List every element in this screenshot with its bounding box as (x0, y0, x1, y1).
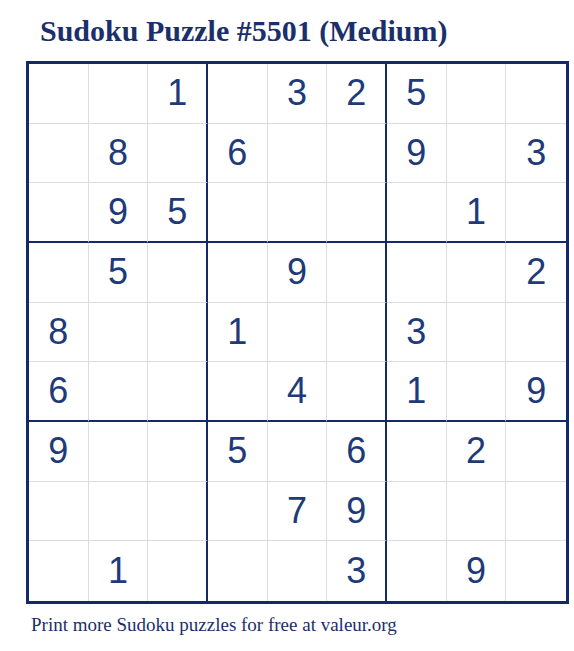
cell-r4c2: 5 (89, 243, 149, 303)
cell-r7c2 (89, 422, 149, 482)
cell-r3c7 (387, 183, 447, 243)
cell-r4c6 (327, 243, 387, 303)
cell-r5c9 (506, 303, 566, 363)
cell-r1c6: 2 (327, 64, 387, 124)
cell-r6c2 (89, 362, 149, 422)
cell-r3c3: 5 (148, 183, 208, 243)
cell-r9c3 (148, 541, 208, 601)
cell-r1c7: 5 (387, 64, 447, 124)
cell-r8c9 (506, 482, 566, 542)
board: 132586939515928136419956279139 (26, 61, 569, 604)
cell-r3c2: 9 (89, 183, 149, 243)
page-title: Sudoku Puzzle #5501 (Medium) (40, 14, 448, 48)
footer-note: Print more Sudoku puzzles for free at va… (31, 614, 397, 636)
cell-r5c4: 1 (208, 303, 268, 363)
cell-r9c6: 3 (327, 541, 387, 601)
cell-r1c3: 1 (148, 64, 208, 124)
cell-r9c8: 9 (447, 541, 507, 601)
cell-r7c7 (387, 422, 447, 482)
cell-r5c6 (327, 303, 387, 363)
cell-r2c4: 6 (208, 124, 268, 184)
cell-r2c6 (327, 124, 387, 184)
cell-r8c5: 7 (268, 482, 328, 542)
cell-r7c6: 6 (327, 422, 387, 482)
cell-r3c1 (29, 183, 89, 243)
cell-r4c1 (29, 243, 89, 303)
cell-r4c3 (148, 243, 208, 303)
cell-r3c8: 1 (447, 183, 507, 243)
cell-r6c5: 4 (268, 362, 328, 422)
cell-r2c2: 8 (89, 124, 149, 184)
cell-r8c3 (148, 482, 208, 542)
cell-r2c3 (148, 124, 208, 184)
cell-r7c9 (506, 422, 566, 482)
cell-r5c8 (447, 303, 507, 363)
cell-r5c3 (148, 303, 208, 363)
cell-r1c4 (208, 64, 268, 124)
cell-r9c5 (268, 541, 328, 601)
cell-r9c1 (29, 541, 89, 601)
cell-r6c3 (148, 362, 208, 422)
cell-r8c2 (89, 482, 149, 542)
cell-r3c9 (506, 183, 566, 243)
cell-r8c6: 9 (327, 482, 387, 542)
cell-r3c5 (268, 183, 328, 243)
cell-r2c8 (447, 124, 507, 184)
cell-r1c8 (447, 64, 507, 124)
cell-r8c7 (387, 482, 447, 542)
cell-r7c1: 9 (29, 422, 89, 482)
cell-r8c8 (447, 482, 507, 542)
cell-r2c1 (29, 124, 89, 184)
cell-r4c4 (208, 243, 268, 303)
cell-r3c4 (208, 183, 268, 243)
cell-r9c7 (387, 541, 447, 601)
cell-r7c8: 2 (447, 422, 507, 482)
cell-r2c7: 9 (387, 124, 447, 184)
cell-r4c9: 2 (506, 243, 566, 303)
cell-r3c6 (327, 183, 387, 243)
cell-r9c2: 1 (89, 541, 149, 601)
cell-r9c9 (506, 541, 566, 601)
cell-r4c5: 9 (268, 243, 328, 303)
cell-r2c5 (268, 124, 328, 184)
cell-r1c9 (506, 64, 566, 124)
cell-r6c7: 1 (387, 362, 447, 422)
cell-r1c1 (29, 64, 89, 124)
cell-r5c5 (268, 303, 328, 363)
cell-r5c2 (89, 303, 149, 363)
cell-r4c7 (387, 243, 447, 303)
cell-r7c4: 5 (208, 422, 268, 482)
cell-r4c8 (447, 243, 507, 303)
cell-r1c2 (89, 64, 149, 124)
cell-r7c3 (148, 422, 208, 482)
cell-r7c5 (268, 422, 328, 482)
cell-r6c9: 9 (506, 362, 566, 422)
cell-r5c1: 8 (29, 303, 89, 363)
cell-r8c4 (208, 482, 268, 542)
cell-r2c9: 3 (506, 124, 566, 184)
cell-r6c1: 6 (29, 362, 89, 422)
cell-r6c4 (208, 362, 268, 422)
cell-r6c8 (447, 362, 507, 422)
cell-r6c6 (327, 362, 387, 422)
cell-r1c5: 3 (268, 64, 328, 124)
cell-r8c1 (29, 482, 89, 542)
cell-r5c7: 3 (387, 303, 447, 363)
cell-r9c4 (208, 541, 268, 601)
